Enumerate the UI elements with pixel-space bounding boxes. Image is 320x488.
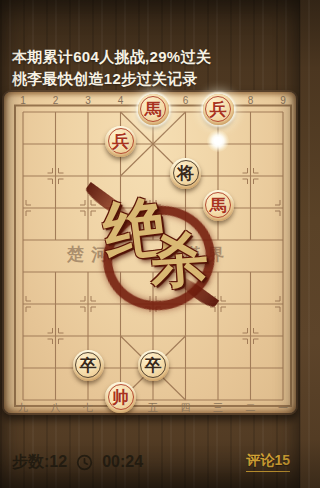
challenge-stats-text: 本期累计604人挑战,29%过关 [12,46,211,68]
timer-value: 00:24 [102,453,143,471]
piece-glyph: 卒 [73,350,104,381]
step-counter: 步数:12 [12,452,67,473]
piece-glyph: 卒 [138,350,169,381]
comments-link[interactable]: 评论15 [246,452,290,472]
piece-glyph: 兵 [105,126,136,157]
xiangqi-board[interactable]: 123456789 九八七六五四三二一 楚河 漢界 绝 杀 馬兵兵将馬卒卒帅 [2,90,298,415]
footer-bar: 步数:12 00:24 评论15 [0,446,300,478]
piece-black-pawn[interactable]: 卒 [138,350,169,381]
piece-red-horse[interactable]: 馬 [203,190,234,221]
piece-glyph: 兵 [203,94,234,125]
piece-glyph: 馬 [203,190,234,221]
header-stats: 本期累计604人挑战,29%过关 桃李最快创造12步过关记录 [12,46,211,90]
piece-red-pawn[interactable]: 兵 [105,126,136,157]
record-text: 桃李最快创造12步过关记录 [12,68,211,90]
piece-glyph: 馬 [138,94,169,125]
piece-red-general[interactable]: 帅 [105,382,136,413]
piece-glyph: 帅 [105,382,136,413]
clock-icon [76,454,93,471]
piece-red-horse[interactable]: 馬 [138,94,169,125]
piece-glyph: 将 [170,158,201,189]
piece-red-pawn[interactable]: 兵 [203,94,234,125]
piece-black-general[interactable]: 将 [170,158,201,189]
piece-black-pawn[interactable]: 卒 [73,350,104,381]
pieces-layer: 馬兵兵将馬卒卒帅 [4,92,296,413]
app-screen: { "game": "xiangqi", "header": { "line1"… [0,0,300,488]
